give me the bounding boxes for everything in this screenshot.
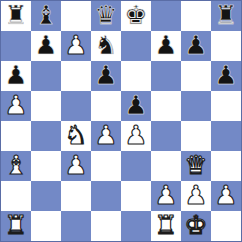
square-g1[interactable]: ♚ xyxy=(181,211,211,241)
white-pawn-icon[interactable]: ♟ xyxy=(184,181,207,210)
square-c5[interactable] xyxy=(61,91,91,121)
square-c2[interactable] xyxy=(61,181,91,211)
square-f1[interactable]: ♜ xyxy=(151,211,181,241)
square-a1[interactable]: ♜ xyxy=(1,211,31,241)
white-bishop-icon[interactable]: ♝ xyxy=(4,151,27,180)
square-f6[interactable] xyxy=(151,61,181,91)
white-rook-icon[interactable]: ♜ xyxy=(154,211,177,240)
white-pawn-icon[interactable]: ♟ xyxy=(214,181,237,210)
black-pawn-icon[interactable]: ♟ xyxy=(34,31,57,60)
black-pawn-icon[interactable]: ♟ xyxy=(94,61,117,90)
square-d1[interactable] xyxy=(91,211,121,241)
square-a3[interactable]: ♝ xyxy=(1,151,31,181)
square-e5[interactable]: ♟ xyxy=(121,91,151,121)
square-b4[interactable] xyxy=(31,121,61,151)
square-e8[interactable]: ♚ xyxy=(121,1,151,31)
square-e4[interactable]: ♟ xyxy=(121,121,151,151)
square-f7[interactable]: ♟ xyxy=(151,31,181,61)
square-b5[interactable] xyxy=(31,91,61,121)
white-pawn-icon[interactable]: ♟ xyxy=(154,181,177,210)
square-g6[interactable] xyxy=(181,61,211,91)
square-e1[interactable] xyxy=(121,211,151,241)
chess-board: ♜♝♛♚♜♟♟♞♟♟♟♟♟♟♟♞♟♟♝♟♛♟♟♟♜♜♚ xyxy=(0,0,242,242)
white-pawn-icon[interactable]: ♟ xyxy=(64,31,87,60)
square-e3[interactable] xyxy=(121,151,151,181)
square-c1[interactable] xyxy=(61,211,91,241)
square-g7[interactable]: ♟ xyxy=(181,31,211,61)
square-c3[interactable]: ♟ xyxy=(61,151,91,181)
square-a6[interactable]: ♟ xyxy=(1,61,31,91)
square-a5[interactable]: ♟ xyxy=(1,91,31,121)
square-h1[interactable] xyxy=(211,211,241,241)
white-pawn-icon[interactable]: ♟ xyxy=(94,121,117,150)
white-king-icon[interactable]: ♚ xyxy=(184,211,207,240)
square-a4[interactable] xyxy=(1,121,31,151)
square-b1[interactable] xyxy=(31,211,61,241)
square-h8[interactable]: ♜ xyxy=(211,1,241,31)
square-b8[interactable]: ♝ xyxy=(31,1,61,31)
black-queen-icon[interactable]: ♛ xyxy=(94,1,117,30)
square-b6[interactable] xyxy=(31,61,61,91)
square-f8[interactable] xyxy=(151,1,181,31)
square-c8[interactable] xyxy=(61,1,91,31)
square-c4[interactable]: ♞ xyxy=(61,121,91,151)
white-rook-icon[interactable]: ♜ xyxy=(4,211,27,240)
square-b7[interactable]: ♟ xyxy=(31,31,61,61)
square-g5[interactable] xyxy=(181,91,211,121)
black-bishop-icon[interactable]: ♝ xyxy=(34,1,57,30)
square-d7[interactable]: ♞ xyxy=(91,31,121,61)
square-d2[interactable] xyxy=(91,181,121,211)
square-b2[interactable] xyxy=(31,181,61,211)
white-knight-icon[interactable]: ♞ xyxy=(64,121,87,150)
square-e6[interactable] xyxy=(121,61,151,91)
square-c6[interactable] xyxy=(61,61,91,91)
white-pawn-icon[interactable]: ♟ xyxy=(124,121,147,150)
black-knight-icon[interactable]: ♞ xyxy=(94,31,117,60)
square-e2[interactable] xyxy=(121,181,151,211)
square-h2[interactable]: ♟ xyxy=(211,181,241,211)
square-g2[interactable]: ♟ xyxy=(181,181,211,211)
square-h3[interactable] xyxy=(211,151,241,181)
square-g8[interactable] xyxy=(181,1,211,31)
square-c7[interactable]: ♟ xyxy=(61,31,91,61)
black-rook-icon[interactable]: ♜ xyxy=(4,1,27,30)
black-king-icon[interactable]: ♚ xyxy=(124,1,147,30)
square-a8[interactable]: ♜ xyxy=(1,1,31,31)
white-queen-icon[interactable]: ♛ xyxy=(184,151,207,180)
square-d4[interactable]: ♟ xyxy=(91,121,121,151)
square-h7[interactable] xyxy=(211,31,241,61)
square-d5[interactable] xyxy=(91,91,121,121)
square-g4[interactable] xyxy=(181,121,211,151)
square-d8[interactable]: ♛ xyxy=(91,1,121,31)
square-a2[interactable] xyxy=(1,181,31,211)
square-d6[interactable]: ♟ xyxy=(91,61,121,91)
square-f2[interactable]: ♟ xyxy=(151,181,181,211)
black-pawn-icon[interactable]: ♟ xyxy=(4,61,27,90)
square-h4[interactable] xyxy=(211,121,241,151)
black-pawn-icon[interactable]: ♟ xyxy=(124,91,147,120)
black-pawn-icon[interactable]: ♟ xyxy=(154,31,177,60)
square-a7[interactable] xyxy=(1,31,31,61)
square-h6[interactable]: ♟ xyxy=(211,61,241,91)
square-f3[interactable] xyxy=(151,151,181,181)
white-pawn-icon[interactable]: ♟ xyxy=(4,91,27,120)
square-f5[interactable] xyxy=(151,91,181,121)
white-pawn-icon[interactable]: ♟ xyxy=(64,151,87,180)
square-g3[interactable]: ♛ xyxy=(181,151,211,181)
square-d3[interactable] xyxy=(91,151,121,181)
square-b3[interactable] xyxy=(31,151,61,181)
black-pawn-icon[interactable]: ♟ xyxy=(214,61,237,90)
black-pawn-icon[interactable]: ♟ xyxy=(184,31,207,60)
square-e7[interactable] xyxy=(121,31,151,61)
square-h5[interactable] xyxy=(211,91,241,121)
black-rook-icon[interactable]: ♜ xyxy=(214,1,237,30)
square-f4[interactable] xyxy=(151,121,181,151)
